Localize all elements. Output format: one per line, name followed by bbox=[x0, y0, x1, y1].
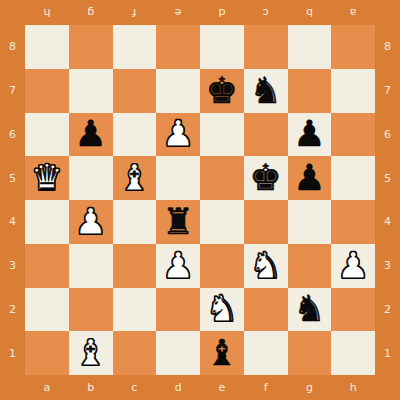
square-c6[interactable] bbox=[113, 113, 157, 157]
square-g2[interactable]: ♞ bbox=[288, 288, 332, 332]
square-g6[interactable]: ♟ bbox=[288, 113, 332, 157]
file-label-bottom-h: h bbox=[331, 375, 375, 400]
square-g4[interactable] bbox=[288, 200, 332, 244]
square-h4[interactable] bbox=[331, 200, 375, 244]
square-e5[interactable] bbox=[200, 156, 244, 200]
square-e4[interactable] bbox=[200, 200, 244, 244]
square-d4[interactable]: ♜ bbox=[156, 200, 200, 244]
file-label-top-a: a bbox=[331, 0, 375, 25]
square-b4[interactable]: ♟ bbox=[69, 200, 113, 244]
square-d8[interactable] bbox=[156, 25, 200, 69]
square-c1[interactable] bbox=[113, 331, 157, 375]
rank-label-right-4: 4 bbox=[375, 200, 400, 244]
square-a8[interactable] bbox=[25, 25, 69, 69]
black-pawn-g6[interactable]: ♟ bbox=[288, 113, 332, 157]
square-a6[interactable] bbox=[25, 113, 69, 157]
square-h2[interactable] bbox=[331, 288, 375, 332]
rank-label-left-3: 3 bbox=[0, 244, 25, 288]
file-label-bottom-g: g bbox=[288, 375, 332, 400]
file-label-top-h: h bbox=[25, 0, 69, 25]
file-label-bottom-c: c bbox=[113, 375, 157, 400]
square-h5[interactable] bbox=[331, 156, 375, 200]
file-label-top-b: b bbox=[288, 0, 332, 25]
chess-board-frame: abcdefgh abcdefgh 87654321 87654321 ♚♞♟♟… bbox=[0, 0, 400, 400]
white-bishop-b1[interactable]: ♝ bbox=[69, 331, 113, 375]
black-pawn-g5[interactable]: ♟ bbox=[288, 156, 332, 200]
rank-label-right-5: 5 bbox=[375, 156, 400, 200]
square-d1[interactable] bbox=[156, 331, 200, 375]
square-c2[interactable] bbox=[113, 288, 157, 332]
square-e8[interactable] bbox=[200, 25, 244, 69]
rank-label-left-7: 7 bbox=[0, 69, 25, 113]
square-c5[interactable]: ♝ bbox=[113, 156, 157, 200]
rank-label-left-6: 6 bbox=[0, 113, 25, 157]
square-f8[interactable] bbox=[244, 25, 288, 69]
square-b5[interactable] bbox=[69, 156, 113, 200]
white-bishop-c5[interactable]: ♝ bbox=[113, 156, 157, 200]
square-a7[interactable] bbox=[25, 69, 69, 113]
file-label-top-d: d bbox=[200, 0, 244, 25]
square-f3[interactable]: ♞ bbox=[244, 244, 288, 288]
file-label-bottom-b: b bbox=[69, 375, 113, 400]
square-g1[interactable] bbox=[288, 331, 332, 375]
square-c8[interactable] bbox=[113, 25, 157, 69]
square-e3[interactable] bbox=[200, 244, 244, 288]
file-labels-top: abcdefgh bbox=[25, 0, 375, 25]
file-label-bottom-f: f bbox=[244, 375, 288, 400]
square-a3[interactable] bbox=[25, 244, 69, 288]
file-labels-bottom: abcdefgh bbox=[25, 375, 375, 400]
square-f4[interactable] bbox=[244, 200, 288, 244]
file-label-bottom-d: d bbox=[156, 375, 200, 400]
white-queen-a5[interactable]: ♛ bbox=[25, 156, 69, 200]
file-label-top-c: c bbox=[244, 0, 288, 25]
square-d6[interactable]: ♟ bbox=[156, 113, 200, 157]
square-d3[interactable]: ♟ bbox=[156, 244, 200, 288]
rank-labels-left: 87654321 bbox=[0, 25, 25, 375]
black-king-e7[interactable]: ♚ bbox=[200, 69, 244, 113]
square-e6[interactable] bbox=[200, 113, 244, 157]
square-a5[interactable]: ♛ bbox=[25, 156, 69, 200]
square-h8[interactable] bbox=[331, 25, 375, 69]
black-rook-d4[interactable]: ♜ bbox=[156, 200, 200, 244]
file-label-top-e: e bbox=[156, 0, 200, 25]
white-pawn-d3[interactable]: ♟ bbox=[156, 244, 200, 288]
file-label-top-f: f bbox=[113, 0, 157, 25]
black-pawn-b6[interactable]: ♟ bbox=[69, 113, 113, 157]
rank-label-right-7: 7 bbox=[375, 69, 400, 113]
square-g7[interactable] bbox=[288, 69, 332, 113]
square-b7[interactable] bbox=[69, 69, 113, 113]
square-d5[interactable] bbox=[156, 156, 200, 200]
square-g3[interactable] bbox=[288, 244, 332, 288]
black-knight-g2[interactable]: ♞ bbox=[288, 288, 332, 332]
square-f7[interactable]: ♞ bbox=[244, 69, 288, 113]
file-label-bottom-e: e bbox=[200, 375, 244, 400]
square-b8[interactable] bbox=[69, 25, 113, 69]
square-b6[interactable]: ♟ bbox=[69, 113, 113, 157]
square-h3[interactable]: ♟ bbox=[331, 244, 375, 288]
rank-label-left-5: 5 bbox=[0, 156, 25, 200]
rank-label-right-3: 3 bbox=[375, 244, 400, 288]
square-b1[interactable]: ♝ bbox=[69, 331, 113, 375]
white-knight-f3[interactable]: ♞ bbox=[244, 244, 288, 288]
square-c7[interactable] bbox=[113, 69, 157, 113]
rank-label-right-8: 8 bbox=[375, 25, 400, 69]
square-h1[interactable] bbox=[331, 331, 375, 375]
rank-label-left-8: 8 bbox=[0, 25, 25, 69]
white-knight-e2[interactable]: ♞ bbox=[200, 288, 244, 332]
square-f5[interactable]: ♚ bbox=[244, 156, 288, 200]
rank-label-right-2: 2 bbox=[375, 288, 400, 332]
white-pawn-b4[interactable]: ♟ bbox=[69, 200, 113, 244]
square-e2[interactable]: ♞ bbox=[200, 288, 244, 332]
black-king-f5[interactable]: ♚ bbox=[244, 156, 288, 200]
square-g8[interactable] bbox=[288, 25, 332, 69]
rank-labels-right: 87654321 bbox=[375, 25, 400, 375]
square-a2[interactable] bbox=[25, 288, 69, 332]
square-d7[interactable] bbox=[156, 69, 200, 113]
square-e1[interactable]: ♝ bbox=[200, 331, 244, 375]
square-b3[interactable] bbox=[69, 244, 113, 288]
square-d2[interactable] bbox=[156, 288, 200, 332]
square-h6[interactable] bbox=[331, 113, 375, 157]
square-f1[interactable] bbox=[244, 331, 288, 375]
file-label-top-g: g bbox=[69, 0, 113, 25]
square-c4[interactable] bbox=[113, 200, 157, 244]
white-pawn-d6[interactable]: ♟ bbox=[156, 113, 200, 157]
square-e7[interactable]: ♚ bbox=[200, 69, 244, 113]
square-a1[interactable] bbox=[25, 331, 69, 375]
rank-label-right-6: 6 bbox=[375, 113, 400, 157]
square-b2[interactable] bbox=[69, 288, 113, 332]
square-g5[interactable]: ♟ bbox=[288, 156, 332, 200]
square-a4[interactable] bbox=[25, 200, 69, 244]
rank-label-left-4: 4 bbox=[0, 200, 25, 244]
file-label-bottom-a: a bbox=[25, 375, 69, 400]
black-bishop-e1[interactable]: ♝ bbox=[200, 331, 244, 375]
square-c3[interactable] bbox=[113, 244, 157, 288]
board: ♚♞♟♟♟♛♝♚♟♟♜♟♞♟♞♞♝♝ bbox=[25, 25, 375, 375]
white-pawn-h3[interactable]: ♟ bbox=[331, 244, 375, 288]
square-f6[interactable] bbox=[244, 113, 288, 157]
square-f2[interactable] bbox=[244, 288, 288, 332]
rank-label-left-1: 1 bbox=[0, 331, 25, 375]
rank-label-right-1: 1 bbox=[375, 331, 400, 375]
square-h7[interactable] bbox=[331, 69, 375, 113]
black-knight-f7[interactable]: ♞ bbox=[244, 69, 288, 113]
rank-label-left-2: 2 bbox=[0, 288, 25, 332]
